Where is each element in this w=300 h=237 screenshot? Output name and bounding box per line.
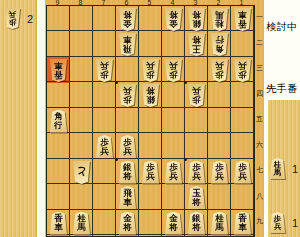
square-9b[interactable] <box>47 32 70 58</box>
square-7i[interactable] <box>93 210 116 236</box>
shogi-piece-gote-3d: 歩兵 <box>187 84 206 107</box>
shogi-piece-gote-3a: 銀将 <box>187 8 206 31</box>
square-9a[interactable] <box>47 6 70 32</box>
square-8a[interactable] <box>70 6 93 32</box>
shogi-app-window: 歩兵2 987654321 金将金将銀将桂馬香車飛車王将角行香車歩兵歩兵歩兵歩兵… <box>0 0 300 237</box>
shogi-piece-sente-3g: 歩兵 <box>187 161 206 184</box>
shogi-piece-sente-5g: 歩兵 <box>141 161 160 184</box>
turn-label: 先手番 <box>264 82 300 96</box>
square-1e[interactable] <box>231 108 254 134</box>
square-8d[interactable] <box>70 83 93 109</box>
square-5i[interactable] <box>139 210 162 236</box>
square-8e[interactable] <box>70 108 93 134</box>
rank-label-3: 三 <box>255 64 264 72</box>
square-8h[interactable] <box>70 185 93 211</box>
board-zone: 987654321 金将金将銀将桂馬香車飛車王将角行香車歩兵歩兵歩兵歩兵歩兵歩兵… <box>45 0 264 237</box>
shogi-piece-sente-2i: 桂馬 <box>210 212 229 235</box>
square-5b[interactable] <box>139 32 162 58</box>
square-3e[interactable] <box>185 108 208 134</box>
shogi-piece-sente-4i: 金将 <box>164 212 183 235</box>
left-divider <box>37 0 45 237</box>
gote-hand-歩兵[interactable]: 歩兵2 <box>4 8 33 29</box>
shogi-piece-gote-8g: と <box>72 161 91 184</box>
sente-hand-歩兵[interactable]: 歩兵1 <box>269 212 298 233</box>
sente-captured-stand: 桂馬1歩兵1 <box>268 100 300 237</box>
shogi-piece-gote-3b: 王将 <box>187 33 206 56</box>
shogi-piece-sente-8i: 桂馬 <box>72 212 91 235</box>
status-label: 検討中 <box>264 20 300 34</box>
square-7a[interactable] <box>93 6 116 32</box>
shogi-piece-gote-2a: 桂馬 <box>210 8 229 31</box>
rank-label-6: 六 <box>255 141 264 149</box>
shogi-piece-sente-3i: 銀将 <box>187 212 206 235</box>
shogi-piece-sente-1g: 歩兵 <box>233 161 252 184</box>
shogi-piece-gote-6d: 歩兵 <box>118 84 137 107</box>
square-4d[interactable] <box>162 83 185 109</box>
shogi-piece-gote-4c: 歩兵 <box>164 59 183 82</box>
square-7b[interactable] <box>93 32 116 58</box>
square-4h[interactable] <box>162 185 185 211</box>
square-2d[interactable] <box>208 83 231 109</box>
shogi-piece-gote-4a: 金将 <box>164 8 183 31</box>
shogi-piece-sente-1i: 香車 <box>233 212 252 235</box>
rank-label-4: 四 <box>255 90 264 98</box>
shogi-piece-gote-9c: 香車 <box>49 59 68 82</box>
square-2h[interactable] <box>208 185 231 211</box>
shogi-piece-sente-2g: 歩兵 <box>210 161 229 184</box>
rank-label-1: 一 <box>255 13 264 21</box>
rank-label-9: 九 <box>255 217 264 225</box>
square-5a[interactable] <box>139 6 162 32</box>
rank-labels: 一二三四五六七八九 <box>255 5 264 235</box>
rank-label-2: 二 <box>255 39 264 47</box>
square-9g[interactable] <box>47 159 70 185</box>
square-2e[interactable] <box>208 108 231 134</box>
shogi-piece-gote-6a: 金将 <box>118 8 137 31</box>
square-5f[interactable] <box>139 134 162 160</box>
square-7g[interactable] <box>93 159 116 185</box>
rank-label-8: 八 <box>255 192 264 200</box>
square-5e[interactable] <box>139 108 162 134</box>
shogi-piece-sente-3h: 玉将 <box>187 186 206 209</box>
square-8f[interactable] <box>70 134 93 160</box>
shogi-piece-sente-9i: 香車 <box>49 212 68 235</box>
shogi-piece-gote-1c: 歩兵 <box>233 59 252 82</box>
sente-hand-桂馬[interactable]: 桂馬1 <box>269 158 298 179</box>
square-3f[interactable] <box>185 134 208 160</box>
square-7h[interactable] <box>93 185 116 211</box>
square-4f[interactable] <box>162 134 185 160</box>
shogi-piece-sente-7f: 歩兵 <box>95 135 114 158</box>
shogi-piece-gote-2b: 角行 <box>210 33 229 56</box>
hand-count: 1 <box>292 163 298 175</box>
shogi-piece-gote-5c: 歩兵 <box>141 59 160 82</box>
square-3c[interactable] <box>185 57 208 83</box>
shogi-piece-sente-6f: 歩兵 <box>118 135 137 158</box>
square-1b[interactable] <box>231 32 254 58</box>
hand-count: 1 <box>292 217 298 229</box>
gote-captured-stand: 歩兵2 <box>0 0 37 237</box>
square-7d[interactable] <box>93 83 116 109</box>
square-5h[interactable] <box>139 185 162 211</box>
square-9h[interactable] <box>47 185 70 211</box>
square-6e[interactable] <box>116 108 139 134</box>
square-1h[interactable] <box>231 185 254 211</box>
shogi-piece-sente-6g: 銀将 <box>118 161 137 184</box>
square-8b[interactable] <box>70 32 93 58</box>
rank-label-5: 五 <box>255 115 264 123</box>
shogi-piece-sente-6i: 金将 <box>118 212 137 235</box>
shogi-piece-gote-5d: 銀将 <box>141 84 160 107</box>
shogi-piece-gote-2c: 歩兵 <box>210 59 229 82</box>
side-panel: 検討中 先手番 桂馬1歩兵1 <box>264 0 300 237</box>
square-4e[interactable] <box>162 108 185 134</box>
hand-count: 2 <box>27 13 33 25</box>
shogi-piece-sente-6h: 飛車 <box>118 186 137 209</box>
square-4b[interactable] <box>162 32 185 58</box>
shogi-piece-gote-7c: 歩兵 <box>95 59 114 82</box>
square-9f[interactable] <box>47 134 70 160</box>
square-1d[interactable] <box>231 83 254 109</box>
shogi-piece-sente-9e: 角行 <box>49 110 68 133</box>
square-1f[interactable] <box>231 134 254 160</box>
rank-label-7: 七 <box>255 166 264 174</box>
shogi-board: 金将金将銀将桂馬香車飛車王将角行香車歩兵歩兵歩兵歩兵歩兵歩兵銀将歩兵と角行歩兵歩… <box>46 5 255 237</box>
shogi-piece-gote-1a: 香車 <box>233 8 252 31</box>
square-8c[interactable] <box>70 57 93 83</box>
square-2f[interactable] <box>208 134 231 160</box>
square-7e[interactable] <box>93 108 116 134</box>
square-6c[interactable] <box>116 57 139 83</box>
shogi-piece-sente-4g: 歩兵 <box>164 161 183 184</box>
square-9d[interactable] <box>47 83 70 109</box>
shogi-piece-gote-6b: 飛車 <box>118 33 137 56</box>
